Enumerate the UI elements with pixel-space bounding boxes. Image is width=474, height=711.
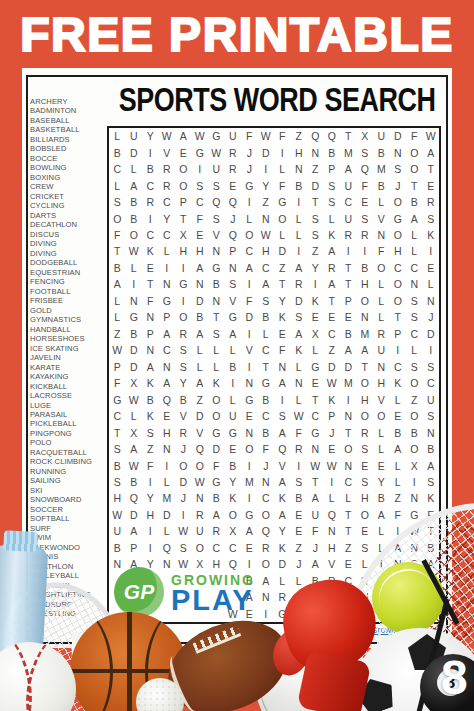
grid-cell: W (258, 128, 275, 144)
grid-cell: D (274, 556, 291, 572)
grid-cell: I (340, 243, 357, 259)
grid-cell: T (307, 194, 324, 210)
grid-cell: F (142, 293, 159, 309)
grid-cell: B (109, 457, 126, 473)
grid-cell: B (373, 177, 390, 193)
grid-cell: B (291, 490, 308, 506)
grid-cell: Q (307, 128, 324, 144)
grid-cell: Q (324, 507, 341, 523)
grid-cell: L (208, 359, 225, 375)
grid-cell: C (390, 260, 407, 276)
grid-cell: Z (291, 128, 308, 144)
word-item: LACROSSE (30, 391, 108, 400)
grid-cell: F (109, 375, 126, 391)
grid-cell: O (192, 457, 209, 473)
word-item: JAVELIN (30, 353, 108, 362)
grid-cell: M (159, 490, 176, 506)
grid-cell: N (126, 293, 143, 309)
grid-cell: I (142, 474, 159, 490)
word-item: ROCK CLIMBING (30, 457, 108, 466)
grid-cell: K (423, 490, 440, 506)
grid-cell: T (324, 293, 341, 309)
grid-cell: W (291, 408, 308, 424)
grid-cell: O (357, 375, 374, 391)
grid-cell: B (126, 326, 143, 342)
grid-cell: H (159, 424, 176, 440)
grid-cell: R (357, 227, 374, 243)
grid-cell: W (324, 457, 341, 473)
word-item: FOOTBALL (30, 287, 108, 296)
grid-cell: I (225, 375, 242, 391)
grid-cell: R (340, 227, 357, 243)
grid-cell: E (357, 457, 374, 473)
grid-cell: F (208, 457, 225, 473)
grid-cell: W (208, 144, 225, 160)
grid-cell: O (390, 227, 407, 243)
grid-cell: W (192, 474, 209, 490)
word-item: KICKBALL (30, 382, 108, 391)
grid-cell: A (192, 260, 209, 276)
grid-cell: B (373, 490, 390, 506)
grid-cell: T (109, 243, 126, 259)
grid-cell: G (241, 177, 258, 193)
grid-cell: M (340, 144, 357, 160)
grid-cell: E (225, 177, 242, 193)
grid-cell: I (142, 144, 159, 160)
grid-cell: A (159, 375, 176, 391)
grid-cell: H (373, 375, 390, 391)
grid-cell: P (390, 326, 407, 342)
grid-cell: O (192, 540, 209, 556)
grid-cell: R (225, 161, 242, 177)
grid-cell: A (373, 507, 390, 523)
grid-cell: B (357, 260, 374, 276)
grid-cell: O (258, 507, 275, 523)
grid-cell: W (126, 457, 143, 473)
grid-cell: Y (159, 210, 176, 226)
grid-cell: U (340, 177, 357, 193)
grid-cell: T (258, 359, 275, 375)
grid-cell: Z (340, 540, 357, 556)
grid-cell: W (126, 391, 143, 407)
grid-cell: X (126, 375, 143, 391)
grid-cell: D (208, 441, 225, 457)
grid-cell: X (357, 128, 374, 144)
grid-cell: B (142, 161, 159, 177)
grid-cell: G (241, 391, 258, 407)
grid-cell: B (340, 326, 357, 342)
grid-cell: E (142, 260, 159, 276)
word-item: HORSESHOES (30, 334, 108, 343)
word-item: DISCUS (30, 230, 108, 239)
grid-cell: V (324, 556, 341, 572)
grid-cell: T (208, 309, 225, 325)
grid-cell: O (406, 408, 423, 424)
grid-cell: I (192, 161, 209, 177)
grid-cell: I (126, 276, 143, 292)
grid-cell: A (126, 177, 143, 193)
grid-cell: I (142, 540, 159, 556)
word-item: DARTS (30, 211, 108, 220)
grid-cell: A (175, 128, 192, 144)
grid-cell: F (109, 227, 126, 243)
grid-cell: G (126, 309, 143, 325)
grid-cell: W (307, 457, 324, 473)
grid-cell: U (225, 128, 242, 144)
grid-cell: L (291, 227, 308, 243)
grid-cell: N (258, 589, 275, 605)
grid-cell: L (192, 342, 209, 358)
grid-cell: G (192, 144, 209, 160)
word-item: KAYAKING (30, 372, 108, 381)
grid-cell: U (109, 523, 126, 539)
grid-cell: O (241, 227, 258, 243)
grid-cell: R (175, 326, 192, 342)
grid-cell: S (406, 293, 423, 309)
grid-cell: N (258, 474, 275, 490)
grid-cell: S (175, 540, 192, 556)
grid-cell: C (192, 194, 209, 210)
grid-cell: A (324, 243, 341, 259)
grid-cell: N (291, 161, 308, 177)
grid-cell: O (406, 144, 423, 160)
grid-cell: I (357, 243, 374, 259)
grid-cell: E (324, 309, 341, 325)
grid-cell: S (307, 227, 324, 243)
grid-cell: N (208, 243, 225, 259)
grid-cell: B (406, 424, 423, 440)
grid-cell: W (159, 128, 176, 144)
grid-cell: G (225, 424, 242, 440)
grid-cell: D (307, 177, 324, 193)
grid-cell: O (258, 556, 275, 572)
grid-cell: V (274, 457, 291, 473)
word-item: GOLD (30, 306, 108, 315)
grid-cell: U (208, 161, 225, 177)
grid-cell: H (142, 507, 159, 523)
logo-text: GROWING PLAY (171, 572, 255, 613)
grid-cell: I (291, 243, 308, 259)
grid-cell: E (340, 309, 357, 325)
grid-cell: G (307, 424, 324, 440)
grid-cell: I (258, 606, 275, 622)
word-item: SURF (30, 524, 108, 533)
grid-cell: A (126, 523, 143, 539)
grid-cell: I (241, 326, 258, 342)
grid-cell: B (192, 309, 209, 325)
grid-cell: I (340, 391, 357, 407)
grid-cell: S (225, 276, 242, 292)
grid-cell: I (423, 342, 440, 358)
grid-cell: L (109, 177, 126, 193)
grid-cell: S (406, 309, 423, 325)
word-item: SAILING (30, 476, 108, 485)
grid-cell: B (109, 540, 126, 556)
grid-cell: O (175, 457, 192, 473)
grid-cell: F (274, 342, 291, 358)
grid-cell: O (390, 194, 407, 210)
grid-cell: S (357, 144, 374, 160)
grid-cell: O (109, 210, 126, 226)
grid-cell: B (208, 490, 225, 506)
word-item: RACQUETBALL (30, 448, 108, 457)
grid-cell: H (258, 243, 275, 259)
word-item: SKI (30, 486, 108, 495)
grid-cell: B (373, 144, 390, 160)
grid-cell: J (324, 424, 341, 440)
grid-cell: W (126, 243, 143, 259)
grid-cell: Y (373, 474, 390, 490)
logo-play-text: PLAY (171, 588, 255, 613)
grid-cell: X (406, 457, 423, 473)
grid-cell: F (406, 128, 423, 144)
grid-cell: R (291, 276, 308, 292)
grid-cell: O (406, 161, 423, 177)
grid-cell: L (126, 161, 143, 177)
grid-cell: N (324, 523, 341, 539)
banner: FREE PRINTABLE (0, 4, 474, 66)
grid-cell: C (406, 326, 423, 342)
grid-cell: C (390, 359, 407, 375)
grid-cell: K (274, 309, 291, 325)
grid-cell: E (423, 260, 440, 276)
grid-cell: A (126, 441, 143, 457)
grid-cell: B (258, 424, 275, 440)
grid-cell: Z (324, 342, 341, 358)
grid-cell: S (291, 309, 308, 325)
grid-cell: J (423, 309, 440, 325)
grid-cell: B (109, 144, 126, 160)
grid-cell: X (225, 523, 242, 539)
grid-cell: T (340, 128, 357, 144)
grid-cell: O (241, 441, 258, 457)
grid-cell: R (175, 424, 192, 440)
grid-cell: B (175, 391, 192, 407)
grid-cell: N (142, 342, 159, 358)
grid-cell: R (357, 424, 374, 440)
grid-cell: S (109, 474, 126, 490)
grid-cell: A (274, 474, 291, 490)
grid-cell: A (142, 359, 159, 375)
grid-cell: K (390, 375, 407, 391)
grid-cell: G (208, 424, 225, 440)
grid-cell: A (225, 326, 242, 342)
grid-cell: D (423, 326, 440, 342)
word-item: POLO (30, 438, 108, 447)
grid-cell: F (258, 441, 275, 457)
grid-cell: A (258, 573, 275, 589)
grid-cell: A (291, 260, 308, 276)
grid-cell: S (258, 293, 275, 309)
grid-cell: D (192, 293, 209, 309)
grid-cell: C (406, 260, 423, 276)
grid-cell: R (192, 507, 209, 523)
grid-cell: C (423, 375, 440, 391)
grid-cell: O (373, 260, 390, 276)
grid-cell: E (225, 441, 242, 457)
grid-cell: J (258, 457, 275, 473)
grid-cell: T (357, 359, 374, 375)
word-item: BADMINTON (30, 106, 108, 115)
grid-cell: A (159, 326, 176, 342)
puzzle-title: SPORTS WORD SEARCH (119, 82, 430, 119)
grid-cell: A (208, 507, 225, 523)
grid-cell: P (109, 359, 126, 375)
grid-cell: Z (291, 540, 308, 556)
word-item: ICE SKATING (30, 344, 108, 353)
grid-cell: S (307, 210, 324, 226)
grid-cell: P (142, 326, 159, 342)
grid-cell: L (241, 210, 258, 226)
grid-cell: A (340, 161, 357, 177)
grid-cell: F (291, 424, 308, 440)
grid-cell: G (274, 194, 291, 210)
grid-cell: N (340, 408, 357, 424)
grid-cell: B (258, 391, 275, 407)
grid-cell: Y (258, 177, 275, 193)
grid-cell: N (390, 144, 407, 160)
grid-cell: G (175, 276, 192, 292)
grid-cell: W (423, 128, 440, 144)
grid-cell: D (390, 128, 407, 144)
grid-cell: F (274, 177, 291, 193)
grid-cell: E (390, 408, 407, 424)
grid-cell: U (192, 523, 209, 539)
grid-cell: Y (142, 490, 159, 506)
grid-cell: I (291, 457, 308, 473)
grid-cell: I (390, 342, 407, 358)
grid-cell: T (340, 507, 357, 523)
grid-cell: C (142, 177, 159, 193)
grid-cell: T (340, 424, 357, 440)
grid-cell: E (324, 441, 341, 457)
grid-cell: Q (159, 540, 176, 556)
grid-cell: A (357, 342, 374, 358)
grid-cell: L (406, 342, 423, 358)
grid-cell: S (357, 441, 374, 457)
word-item: FRISBEE (30, 296, 108, 305)
grid-cell: S (357, 210, 374, 226)
grid-cell: I (159, 457, 176, 473)
grid-cell: Z (390, 490, 407, 506)
grid-cell: I (291, 194, 308, 210)
grid-cell: C (208, 540, 225, 556)
grid-cell: O (225, 507, 242, 523)
grid-cell: V (175, 408, 192, 424)
grid-cell: O (208, 408, 225, 424)
grid-cell: O (406, 375, 423, 391)
grid-cell: N (142, 309, 159, 325)
grid-cell: S (208, 210, 225, 226)
grid-cell: L (109, 128, 126, 144)
grid-cell: N (192, 490, 209, 506)
grid-cell: N (241, 375, 258, 391)
grid-cell: C (142, 227, 159, 243)
grid-cell: Z (142, 441, 159, 457)
grid-cell: E (241, 408, 258, 424)
grid-cell: Q (159, 391, 176, 407)
grid-cell: T (307, 474, 324, 490)
grid-cell: K (208, 375, 225, 391)
grid-cell: F (241, 128, 258, 144)
word-item: ARCHERY (30, 97, 108, 106)
word-item: CREW (30, 182, 108, 191)
grid-cell: O (373, 408, 390, 424)
grid-cell: P (126, 540, 143, 556)
grid-cell: B (390, 424, 407, 440)
word-item: HANDBALL (30, 325, 108, 334)
grid-cell: D (126, 144, 143, 160)
grid-cell: V (225, 293, 242, 309)
grid-cell: M (357, 326, 374, 342)
grid-cell: Z (307, 243, 324, 259)
grid-cell: M (373, 161, 390, 177)
grid-cell: H (357, 490, 374, 506)
grid-cell: S (357, 540, 374, 556)
grid-cell: C (258, 260, 275, 276)
grid-cell: V (373, 391, 390, 407)
grid-cell: Q (225, 227, 242, 243)
grid-cell: O (274, 210, 291, 226)
word-item: SOFTBALL (30, 514, 108, 523)
grid-cell: F (241, 293, 258, 309)
grid-cell: N (357, 309, 374, 325)
word-item: DECATHLON (30, 220, 108, 229)
grid-cell: E (357, 523, 374, 539)
grid-cell: H (109, 490, 126, 506)
grid-cell: F (390, 507, 407, 523)
boxing-glove-image (274, 580, 386, 711)
grid-cell: G (390, 210, 407, 226)
grid-cell: A (307, 556, 324, 572)
grid-cell: P (225, 243, 242, 259)
grid-cell: I (307, 276, 324, 292)
grid-cell: O (390, 276, 407, 292)
grid-cell: G (258, 375, 275, 391)
grid-cell: A (192, 375, 209, 391)
grid-cell: L (291, 391, 308, 407)
grid-cell: U (423, 391, 440, 407)
boxing-glove-cuff (297, 650, 372, 711)
grid-cell: R (225, 144, 242, 160)
grid-cell: C (159, 194, 176, 210)
grid-cell: S (291, 474, 308, 490)
grid-cell: R (159, 161, 176, 177)
word-item: BOCCE (30, 154, 108, 163)
word-item: CYCLING (30, 201, 108, 210)
grid-cell: H (357, 276, 374, 292)
grid-cell: R (208, 523, 225, 539)
grid-cell: Q (225, 194, 242, 210)
grid-cell: N (406, 276, 423, 292)
grid-cell: L (208, 342, 225, 358)
grid-cell: W (258, 227, 275, 243)
grid-cell: Z (307, 161, 324, 177)
grid-cell: F (192, 210, 209, 226)
grid-cell: V (373, 210, 390, 226)
grid-cell: J (307, 540, 324, 556)
grid-cell: R (423, 194, 440, 210)
grid-cell: L (373, 424, 390, 440)
grid-cell: I (274, 144, 291, 160)
growing-play-logo: GP GROWING PLAY (114, 567, 255, 617)
grid-cell: N (307, 441, 324, 457)
grid-cell: C (225, 540, 242, 556)
grid-cell: E (291, 523, 308, 539)
grid-cell: S (142, 424, 159, 440)
grid-cell: L (274, 161, 291, 177)
grid-cell: N (208, 293, 225, 309)
